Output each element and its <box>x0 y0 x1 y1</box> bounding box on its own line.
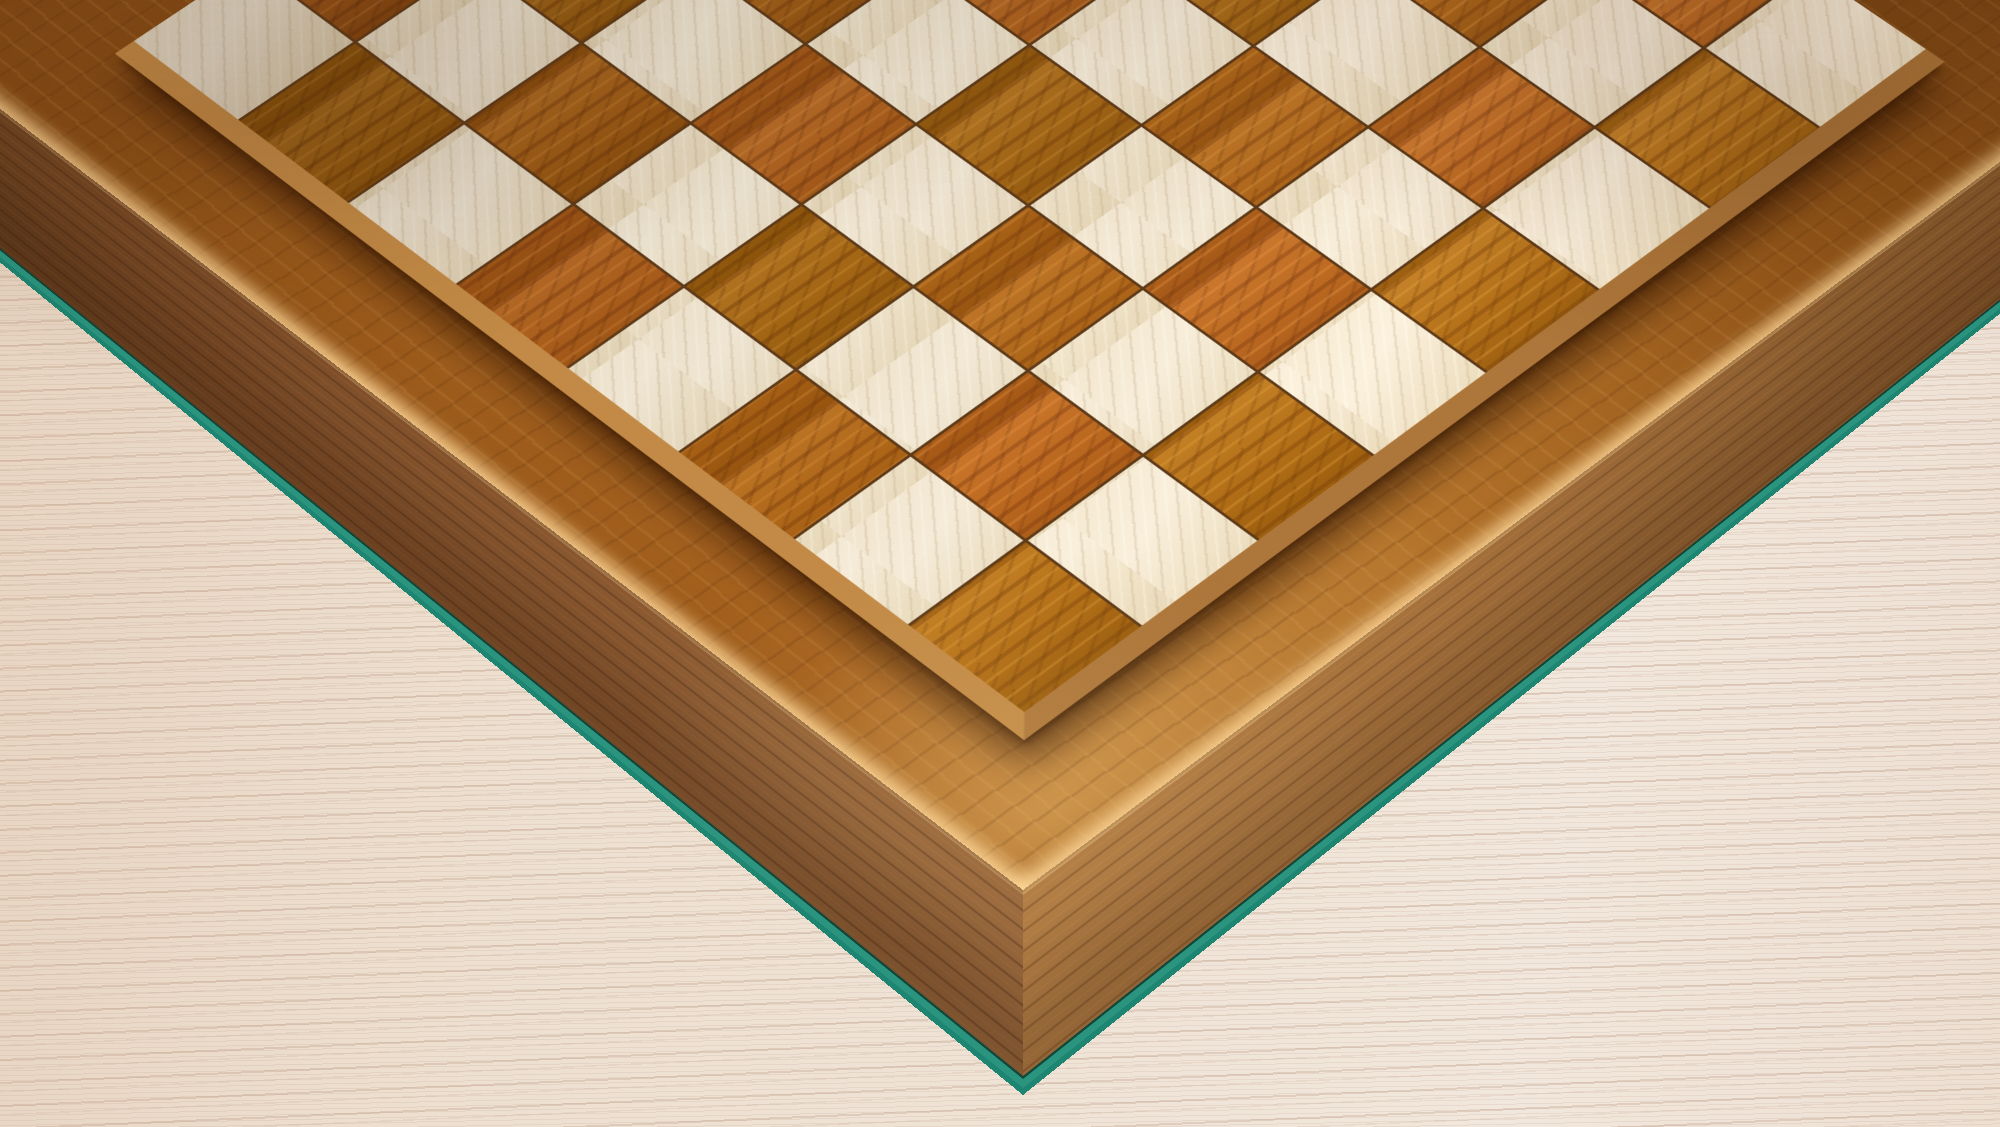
photo-scene: Wooden chessboard corner (golden rosewoo… <box>0 0 2000 1127</box>
